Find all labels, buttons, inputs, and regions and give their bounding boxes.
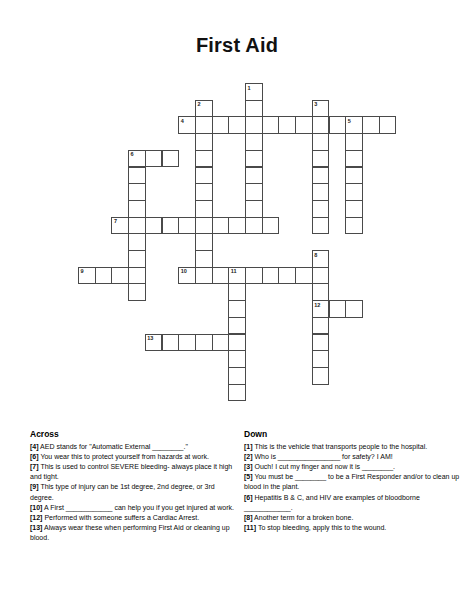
clue-item-text: A First ____________ can help you if you… xyxy=(42,504,233,511)
grid-cell[interactable] xyxy=(128,200,146,218)
grid-cell[interactable] xyxy=(228,367,246,385)
grid-cell[interactable] xyxy=(212,217,230,235)
grid-cell[interactable] xyxy=(345,150,363,168)
grid-cell[interactable]: 4 xyxy=(178,116,196,134)
grid-cell[interactable] xyxy=(212,334,230,352)
grid-cell[interactable] xyxy=(312,350,330,368)
grid-cell[interactable] xyxy=(345,133,363,151)
grid-cell[interactable] xyxy=(195,183,213,201)
down-clues-list: [1] This is the vehicle that transports … xyxy=(244,442,460,534)
clue-item-number: [7] xyxy=(30,463,39,470)
grid-cell[interactable] xyxy=(228,116,246,134)
across-clues-list: [4] AED stands for "Automatic External _… xyxy=(30,442,237,544)
clue-item: [6] Hepatitis B & C, and HIV are example… xyxy=(244,493,460,513)
grid-cell[interactable] xyxy=(245,267,263,285)
clue-number: 9 xyxy=(81,268,84,274)
grid-cell[interactable]: 9 xyxy=(78,267,96,285)
grid-cell[interactable] xyxy=(278,116,296,134)
clue-item: [2] Who is ________________ for safety? … xyxy=(244,452,460,462)
clue-item: [3] Ouch! I cut my finger and now it is … xyxy=(244,462,460,472)
clue-item-number: [6] xyxy=(30,453,39,460)
clue-number: 5 xyxy=(348,118,351,124)
puzzle-title: First Aid xyxy=(0,34,474,57)
grid-cell[interactable] xyxy=(362,116,380,134)
grid-cell[interactable]: 5 xyxy=(345,116,363,134)
clue-item-text: AED stands for "Automatic External _____… xyxy=(39,443,188,450)
grid-cell[interactable] xyxy=(262,217,280,235)
grid-cell[interactable]: 1 xyxy=(245,83,263,101)
grid-cell[interactable] xyxy=(111,267,129,285)
clue-item-text: This is the vehicle that transports peop… xyxy=(253,443,428,450)
grid-cell[interactable] xyxy=(345,300,363,318)
grid-cell[interactable] xyxy=(329,116,347,134)
grid-cell[interactable] xyxy=(345,200,363,218)
clue-item-text: To stop bleeding, apply this to the woun… xyxy=(256,524,386,531)
clue-item-number: [6] xyxy=(244,494,253,501)
grid-cell[interactable] xyxy=(312,367,330,385)
grid-cell[interactable] xyxy=(195,250,213,268)
across-header: Across xyxy=(30,429,237,439)
grid-cell[interactable] xyxy=(195,334,213,352)
grid-cell[interactable] xyxy=(128,183,146,201)
grid-cell[interactable] xyxy=(312,167,330,185)
grid-cell[interactable] xyxy=(245,150,263,168)
clue-item: [13] Always wear these when performing F… xyxy=(30,523,237,543)
down-header: Down xyxy=(244,429,460,439)
grid-cell[interactable] xyxy=(128,233,146,251)
grid-cell[interactable] xyxy=(312,334,330,352)
grid-cell[interactable] xyxy=(162,150,180,168)
clue-item-number: [10] xyxy=(30,504,42,511)
grid-cell[interactable] xyxy=(212,267,230,285)
clue-item-number: [4] xyxy=(30,443,39,450)
grid-cell[interactable] xyxy=(195,150,213,168)
grid-cell[interactable]: 11 xyxy=(228,267,246,285)
clue-item-number: [2] xyxy=(244,453,253,460)
clue-number: 6 xyxy=(131,151,134,157)
grid-cell[interactable]: 2 xyxy=(195,100,213,118)
grid-cell[interactable] xyxy=(228,283,246,301)
clue-item-text: Who is ________________ for safety? I AM… xyxy=(253,453,393,460)
clue-item: [12] Performed with someone suffers a Ca… xyxy=(30,513,237,523)
clue-item-number: [11] xyxy=(244,524,256,531)
grid-cell[interactable] xyxy=(312,150,330,168)
grid-cell[interactable] xyxy=(145,150,163,168)
clue-item: [10] A First ____________ can help you i… xyxy=(30,503,237,513)
grid-cell[interactable] xyxy=(295,267,313,285)
grid-cell[interactable] xyxy=(128,283,146,301)
grid-cell[interactable]: 10 xyxy=(178,267,196,285)
grid-cell[interactable] xyxy=(128,267,146,285)
grid-cell[interactable] xyxy=(195,167,213,185)
clue-number: 13 xyxy=(147,335,153,341)
grid-cell[interactable] xyxy=(128,250,146,268)
grid-cell[interactable] xyxy=(379,116,397,134)
grid-cell[interactable] xyxy=(312,283,330,301)
page: First Aid 12345678910111213 Across [4] A… xyxy=(0,0,474,613)
grid-cell[interactable] xyxy=(245,116,263,134)
grid-cell[interactable] xyxy=(162,334,180,352)
clue-item-text: This type of injury can be 1st degree, 2… xyxy=(30,483,215,500)
grid-cell[interactable]: 7 xyxy=(111,217,129,235)
grid-cell[interactable] xyxy=(245,133,263,151)
grid-cell[interactable] xyxy=(262,116,280,134)
grid-cell[interactable] xyxy=(312,116,330,134)
clue-number: 3 xyxy=(314,101,317,107)
grid-cell[interactable] xyxy=(312,133,330,151)
grid-cell[interactable] xyxy=(312,183,330,201)
clue-item-text: You must be ________ to be a First Respo… xyxy=(244,473,459,490)
clue-item: [1] This is the vehicle that transports … xyxy=(244,442,460,452)
clue-number: 2 xyxy=(197,101,200,107)
grid-cell[interactable] xyxy=(195,200,213,218)
grid-cell[interactable]: 13 xyxy=(145,334,163,352)
clue-item-text: Another term for a broken bone. xyxy=(253,514,354,521)
clue-number: 7 xyxy=(114,218,117,224)
grid-cell[interactable] xyxy=(345,167,363,185)
grid-cell[interactable] xyxy=(195,267,213,285)
clue-item-text: You wear this to protect yourself from h… xyxy=(39,453,209,460)
clue-number: 12 xyxy=(314,302,320,308)
clue-item-number: [3] xyxy=(244,463,253,470)
clue-item-number: [5] xyxy=(244,473,253,480)
grid-cell[interactable] xyxy=(212,116,230,134)
clue-item: [4] AED stands for "Automatic External _… xyxy=(30,442,237,452)
clue-item: [8] Another term for a broken bone. xyxy=(244,513,460,523)
grid-cell[interactable] xyxy=(312,317,330,335)
grid-cell[interactable] xyxy=(195,233,213,251)
grid-cell[interactable] xyxy=(245,217,263,235)
grid-cell[interactable] xyxy=(195,217,213,235)
grid-cell[interactable] xyxy=(245,100,263,118)
grid-cell[interactable]: 12 xyxy=(312,300,330,318)
grid-cell[interactable] xyxy=(312,217,330,235)
grid-cell[interactable] xyxy=(245,167,263,185)
clue-item-number: [12] xyxy=(30,514,42,521)
grid-cell[interactable] xyxy=(162,217,180,235)
clue-item: [6] You wear this to protect yourself fr… xyxy=(30,452,237,462)
clue-item-number: [13] xyxy=(30,524,42,531)
clue-item-text: Hepatitis B & C, and HIV are examples of… xyxy=(244,494,420,511)
clue-number: 4 xyxy=(181,118,184,124)
grid-cell[interactable] xyxy=(345,217,363,235)
grid-cell[interactable] xyxy=(228,350,246,368)
clue-number: 1 xyxy=(248,85,251,91)
grid-cell[interactable] xyxy=(195,116,213,134)
crossword-grid: 12345678910111213 xyxy=(78,83,397,402)
clue-item-text: This is used to control SEVERE bleeding-… xyxy=(30,463,232,480)
clue-item: [7] This is used to control SEVERE bleed… xyxy=(30,462,237,482)
grid-cell[interactable] xyxy=(278,267,296,285)
clue-item-text: Performed with someone suffers a Cardiac… xyxy=(42,514,199,521)
clue-item: [11] To stop bleeding, apply this to the… xyxy=(244,523,460,533)
grid-cell[interactable] xyxy=(295,116,313,134)
clue-number: 10 xyxy=(181,268,187,274)
grid-cell[interactable] xyxy=(245,200,263,218)
grid-cell[interactable] xyxy=(345,183,363,201)
grid-cell[interactable] xyxy=(228,300,246,318)
grid-cell[interactable] xyxy=(128,217,146,235)
clue-item-number: [8] xyxy=(244,514,253,521)
grid-cell[interactable] xyxy=(312,267,330,285)
grid-cell[interactable] xyxy=(178,217,196,235)
grid-cell[interactable] xyxy=(228,384,246,402)
clue-number: 8 xyxy=(314,252,317,258)
grid-cell[interactable] xyxy=(145,217,163,235)
grid-cell[interactable] xyxy=(329,300,347,318)
clue-item-text: Ouch! I cut my finger and now it is ____… xyxy=(253,463,395,470)
clue-item: [5] You must be ________ to be a First R… xyxy=(244,472,460,492)
grid-cell[interactable] xyxy=(262,267,280,285)
clue-number: 11 xyxy=(231,268,237,274)
clue-item: [9] This type of injury can be 1st degre… xyxy=(30,482,237,502)
grid-cell[interactable] xyxy=(228,334,246,352)
grid-cell[interactable] xyxy=(128,167,146,185)
grid-cell[interactable] xyxy=(178,334,196,352)
grid-cell[interactable]: 6 xyxy=(128,150,146,168)
grid-cell[interactable]: 8 xyxy=(312,250,330,268)
grid-cell[interactable] xyxy=(195,133,213,151)
grid-cell[interactable] xyxy=(245,183,263,201)
down-clues-section: Down [1] This is the vehicle that transp… xyxy=(244,429,460,533)
grid-cell[interactable] xyxy=(312,200,330,218)
across-clues-section: Across [4] AED stands for "Automatic Ext… xyxy=(30,429,237,544)
grid-cell[interactable]: 3 xyxy=(312,100,330,118)
clue-item-text: Always wear these when performing First … xyxy=(30,524,230,541)
grid-cell[interactable] xyxy=(95,267,113,285)
clue-item-number: [9] xyxy=(30,483,39,490)
grid-cell[interactable] xyxy=(228,217,246,235)
grid-cell[interactable] xyxy=(228,317,246,335)
clue-item-number: [1] xyxy=(244,443,253,450)
